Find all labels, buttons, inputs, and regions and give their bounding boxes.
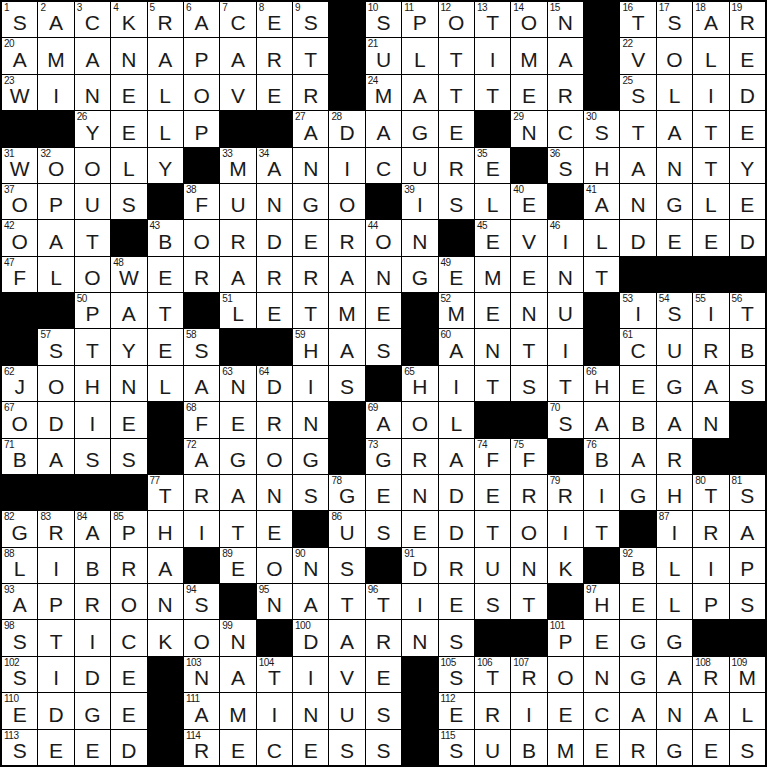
cell-r3c11[interactable]: 24M bbox=[366, 75, 401, 110]
cell-r4c19[interactable]: A bbox=[657, 111, 692, 146]
cell-r1c7[interactable]: 7C bbox=[220, 2, 255, 37]
cell-r2c14[interactable]: I bbox=[475, 38, 510, 73]
cell-r16c1[interactable]: 88L bbox=[2, 548, 37, 583]
cell-r19c10[interactable]: V bbox=[329, 657, 364, 692]
cell-r10c11[interactable]: S bbox=[366, 329, 401, 364]
cell-r20c20[interactable]: A bbox=[693, 693, 728, 728]
cell-r20c7[interactable]: M bbox=[220, 693, 255, 728]
cell-r21c11[interactable]: S bbox=[366, 730, 401, 765]
cell-r5c2[interactable]: 32O bbox=[38, 148, 73, 183]
cell-r12c3[interactable]: I bbox=[75, 402, 110, 437]
cell-r2c9[interactable]: T bbox=[293, 38, 328, 73]
cell-r17c2[interactable]: P bbox=[38, 584, 73, 619]
cell-r11c14[interactable]: T bbox=[475, 366, 510, 401]
cell-r7c8[interactable]: D bbox=[257, 220, 292, 255]
cell-r6c19[interactable]: G bbox=[657, 184, 692, 219]
cell-r9c19[interactable]: 54S bbox=[657, 293, 692, 328]
cell-r14c17[interactable]: I bbox=[584, 475, 619, 510]
cell-r15c4[interactable]: 85P bbox=[111, 511, 146, 546]
cell-r5c14[interactable]: 35E bbox=[475, 148, 510, 183]
cell-r6c2[interactable]: P bbox=[38, 184, 73, 219]
cell-r17c11[interactable]: 96T bbox=[366, 584, 401, 619]
cell-r9c7[interactable]: 51L bbox=[220, 293, 255, 328]
cell-r18c17[interactable]: E bbox=[584, 620, 619, 655]
cell-r16c19[interactable]: L bbox=[657, 548, 692, 583]
cell-r3c13[interactable]: T bbox=[439, 75, 474, 110]
cell-r8c7[interactable]: A bbox=[220, 257, 255, 292]
cell-r21c16[interactable]: M bbox=[548, 730, 583, 765]
cell-r10c14[interactable]: N bbox=[475, 329, 510, 364]
cell-r6c12[interactable]: 39I bbox=[402, 184, 437, 219]
cell-r8c14[interactable]: M bbox=[475, 257, 510, 292]
cell-r20c14[interactable]: R bbox=[475, 693, 510, 728]
cell-r20c4[interactable]: E bbox=[111, 693, 146, 728]
cell-r21c21[interactable]: S bbox=[730, 730, 765, 765]
cell-r4c13[interactable]: E bbox=[439, 111, 474, 146]
cell-r14c21[interactable]: 81S bbox=[730, 475, 765, 510]
cell-r7c18[interactable]: D bbox=[620, 220, 655, 255]
cell-r6c9[interactable]: G bbox=[293, 184, 328, 219]
cell-r13c15[interactable]: 75F bbox=[511, 439, 546, 474]
cell-r1c16[interactable]: 15N bbox=[548, 2, 583, 37]
cell-r8c4[interactable]: 48W bbox=[111, 257, 146, 292]
cell-r13c13[interactable]: A bbox=[439, 439, 474, 474]
cell-r6c6[interactable]: 38F bbox=[184, 184, 219, 219]
cell-r1c11[interactable]: 10S bbox=[366, 2, 401, 37]
cell-r17c5[interactable]: N bbox=[148, 584, 183, 619]
cell-r4c11[interactable]: A bbox=[366, 111, 401, 146]
cell-r3c8[interactable]: E bbox=[257, 75, 292, 110]
cell-r15c13[interactable]: D bbox=[439, 511, 474, 546]
cell-r6c20[interactable]: L bbox=[693, 184, 728, 219]
cell-r11c4[interactable]: N bbox=[111, 366, 146, 401]
cell-r5c13[interactable]: R bbox=[439, 148, 474, 183]
cell-r9c20[interactable]: 55I bbox=[693, 293, 728, 328]
cell-r1c14[interactable]: 13T bbox=[475, 2, 510, 37]
cell-r6c3[interactable]: U bbox=[75, 184, 110, 219]
cell-r20c6[interactable]: 111A bbox=[184, 693, 219, 728]
cell-r16c8[interactable]: O bbox=[257, 548, 292, 583]
cell-r20c15[interactable]: I bbox=[511, 693, 546, 728]
cell-r19c3[interactable]: D bbox=[75, 657, 110, 692]
cell-r5c3[interactable]: O bbox=[75, 148, 110, 183]
cell-r13c17[interactable]: 76B bbox=[584, 439, 619, 474]
cell-r5c17[interactable]: H bbox=[584, 148, 619, 183]
cell-r12c16[interactable]: 70S bbox=[548, 402, 583, 437]
cell-r7c16[interactable]: 46I bbox=[548, 220, 583, 255]
cell-r3c6[interactable]: O bbox=[184, 75, 219, 110]
cell-r19c7[interactable]: A bbox=[220, 657, 255, 692]
cell-r17c10[interactable]: T bbox=[329, 584, 364, 619]
cell-r13c4[interactable]: S bbox=[111, 439, 146, 474]
cell-r13c3[interactable]: S bbox=[75, 439, 110, 474]
cell-r3c16[interactable]: R bbox=[548, 75, 583, 110]
cell-r4c15[interactable]: 29N bbox=[511, 111, 546, 146]
cell-r21c19[interactable]: G bbox=[657, 730, 692, 765]
cell-r8c11[interactable]: N bbox=[366, 257, 401, 292]
cell-r14c8[interactable]: N bbox=[257, 475, 292, 510]
cell-r19c13[interactable]: 105S bbox=[439, 657, 474, 692]
cell-r13c12[interactable]: R bbox=[402, 439, 437, 474]
cell-r13c2[interactable]: A bbox=[38, 439, 73, 474]
cell-r16c3[interactable]: B bbox=[75, 548, 110, 583]
cell-r11c20[interactable]: A bbox=[693, 366, 728, 401]
cell-r19c9[interactable]: I bbox=[293, 657, 328, 692]
cell-r3c4[interactable]: E bbox=[111, 75, 146, 110]
cell-r16c18[interactable]: 92B bbox=[620, 548, 655, 583]
cell-r21c7[interactable]: E bbox=[220, 730, 255, 765]
cell-r14c9[interactable]: S bbox=[293, 475, 328, 510]
cell-r4c21[interactable]: E bbox=[730, 111, 765, 146]
cell-r15c8[interactable]: E bbox=[257, 511, 292, 546]
cell-r14c16[interactable]: 79R bbox=[548, 475, 583, 510]
cell-r12c2[interactable]: D bbox=[38, 402, 73, 437]
cell-r6c8[interactable]: N bbox=[257, 184, 292, 219]
cell-r19c19[interactable]: A bbox=[657, 657, 692, 692]
cell-r20c18[interactable]: A bbox=[620, 693, 655, 728]
cell-r20c8[interactable]: I bbox=[257, 693, 292, 728]
cell-r12c18[interactable]: B bbox=[620, 402, 655, 437]
cell-r6c18[interactable]: N bbox=[620, 184, 655, 219]
cell-r3c15[interactable]: E bbox=[511, 75, 546, 110]
cell-r1c8[interactable]: 8E bbox=[257, 2, 292, 37]
cell-r14c14[interactable]: E bbox=[475, 475, 510, 510]
cell-r18c19[interactable]: G bbox=[657, 620, 692, 655]
cell-r10c20[interactable]: R bbox=[693, 329, 728, 364]
cell-r20c3[interactable]: G bbox=[75, 693, 110, 728]
cell-r12c11[interactable]: 69A bbox=[366, 402, 401, 437]
cell-r13c1[interactable]: 71B bbox=[2, 439, 37, 474]
cell-r3c20[interactable]: I bbox=[693, 75, 728, 110]
cell-r12c13[interactable]: L bbox=[439, 402, 474, 437]
cell-r3c3[interactable]: N bbox=[75, 75, 110, 110]
cell-r21c3[interactable]: E bbox=[75, 730, 110, 765]
cell-r17c18[interactable]: E bbox=[620, 584, 655, 619]
cell-r8c15[interactable]: E bbox=[511, 257, 546, 292]
cell-r19c16[interactable]: O bbox=[548, 657, 583, 692]
cell-r10c21[interactable]: B bbox=[730, 329, 765, 364]
cell-r17c14[interactable]: S bbox=[475, 584, 510, 619]
cell-r1c21[interactable]: 19R bbox=[730, 2, 765, 37]
cell-r5c18[interactable]: A bbox=[620, 148, 655, 183]
cell-r7c5[interactable]: 43B bbox=[148, 220, 183, 255]
cell-r10c15[interactable]: T bbox=[511, 329, 546, 364]
cell-r17c4[interactable]: O bbox=[111, 584, 146, 619]
cell-r7c9[interactable]: E bbox=[293, 220, 328, 255]
cell-r2c6[interactable]: P bbox=[184, 38, 219, 73]
cell-r16c16[interactable]: K bbox=[548, 548, 583, 583]
cell-r2c12[interactable]: L bbox=[402, 38, 437, 73]
cell-r7c6[interactable]: O bbox=[184, 220, 219, 255]
cell-r7c17[interactable]: L bbox=[584, 220, 619, 255]
cell-r8c1[interactable]: 47F bbox=[2, 257, 37, 292]
cell-r7c1[interactable]: 42O bbox=[2, 220, 37, 255]
cell-r14c18[interactable]: G bbox=[620, 475, 655, 510]
cell-r21c14[interactable]: U bbox=[475, 730, 510, 765]
cell-r10c9[interactable]: 59H bbox=[293, 329, 328, 364]
cell-r14c15[interactable]: R bbox=[511, 475, 546, 510]
cell-r2c11[interactable]: 21U bbox=[366, 38, 401, 73]
cell-r1c3[interactable]: 3C bbox=[75, 2, 110, 37]
cell-r15c10[interactable]: 86U bbox=[329, 511, 364, 546]
cell-r10c13[interactable]: 60A bbox=[439, 329, 474, 364]
cell-r20c9[interactable]: N bbox=[293, 693, 328, 728]
cell-r18c6[interactable]: O bbox=[184, 620, 219, 655]
cell-r5c11[interactable]: C bbox=[366, 148, 401, 183]
cell-r19c6[interactable]: 103N bbox=[184, 657, 219, 692]
cell-r15c3[interactable]: 84A bbox=[75, 511, 110, 546]
cell-r12c8[interactable]: R bbox=[257, 402, 292, 437]
cell-r6c13[interactable]: S bbox=[439, 184, 474, 219]
cell-r12c1[interactable]: 67O bbox=[2, 402, 37, 437]
cell-r7c19[interactable]: E bbox=[657, 220, 692, 255]
cell-r4c10[interactable]: 28D bbox=[329, 111, 364, 146]
cell-r5c10[interactable]: I bbox=[329, 148, 364, 183]
cell-r5c5[interactable]: Y bbox=[148, 148, 183, 183]
cell-r1c4[interactable]: 4K bbox=[111, 2, 146, 37]
cell-r9c15[interactable]: N bbox=[511, 293, 546, 328]
cell-r18c4[interactable]: C bbox=[111, 620, 146, 655]
cell-r10c4[interactable]: Y bbox=[111, 329, 146, 364]
cell-r14c10[interactable]: 78G bbox=[329, 475, 364, 510]
cell-r19c17[interactable]: N bbox=[584, 657, 619, 692]
cell-r19c18[interactable]: G bbox=[620, 657, 655, 692]
cell-r7c11[interactable]: 44O bbox=[366, 220, 401, 255]
cell-r10c2[interactable]: 57S bbox=[38, 329, 73, 364]
cell-r12c19[interactable]: A bbox=[657, 402, 692, 437]
cell-r2c3[interactable]: A bbox=[75, 38, 110, 73]
cell-r13c6[interactable]: 72A bbox=[184, 439, 219, 474]
cell-r20c16[interactable]: E bbox=[548, 693, 583, 728]
cell-r11c2[interactable]: O bbox=[38, 366, 73, 401]
cell-r18c10[interactable]: A bbox=[329, 620, 364, 655]
cell-r2c21[interactable]: E bbox=[730, 38, 765, 73]
cell-r13c19[interactable]: R bbox=[657, 439, 692, 474]
cell-r8c17[interactable]: T bbox=[584, 257, 619, 292]
cell-r3c12[interactable]: A bbox=[402, 75, 437, 110]
cell-r12c12[interactable]: O bbox=[402, 402, 437, 437]
cell-r18c11[interactable]: R bbox=[366, 620, 401, 655]
cell-r2c4[interactable]: N bbox=[111, 38, 146, 73]
cell-r17c20[interactable]: P bbox=[693, 584, 728, 619]
cell-r11c12[interactable]: 65H bbox=[402, 366, 437, 401]
cell-r17c1[interactable]: 93A bbox=[2, 584, 37, 619]
cell-r20c17[interactable]: C bbox=[584, 693, 619, 728]
cell-r16c21[interactable]: P bbox=[730, 548, 765, 583]
cell-r16c7[interactable]: 89E bbox=[220, 548, 255, 583]
cell-r18c9[interactable]: 100D bbox=[293, 620, 328, 655]
cell-r11c5[interactable]: L bbox=[148, 366, 183, 401]
cell-r11c19[interactable]: G bbox=[657, 366, 692, 401]
cell-r1c12[interactable]: 11P bbox=[402, 2, 437, 37]
cell-r5c4[interactable]: L bbox=[111, 148, 146, 183]
cell-r19c1[interactable]: 102S bbox=[2, 657, 37, 692]
cell-r19c21[interactable]: 109M bbox=[730, 657, 765, 692]
cell-r5c19[interactable]: N bbox=[657, 148, 692, 183]
cell-r15c5[interactable]: H bbox=[148, 511, 183, 546]
cell-r16c15[interactable]: N bbox=[511, 548, 546, 583]
cell-r9c13[interactable]: 52M bbox=[439, 293, 474, 328]
cell-r16c12[interactable]: 91D bbox=[402, 548, 437, 583]
cell-r19c8[interactable]: 104T bbox=[257, 657, 292, 692]
cell-r2c20[interactable]: L bbox=[693, 38, 728, 73]
cell-r13c11[interactable]: 73G bbox=[366, 439, 401, 474]
cell-r7c10[interactable]: R bbox=[329, 220, 364, 255]
cell-r9c21[interactable]: 56T bbox=[730, 293, 765, 328]
cell-r16c20[interactable]: I bbox=[693, 548, 728, 583]
cell-r10c3[interactable]: T bbox=[75, 329, 110, 364]
cell-r15c11[interactable]: S bbox=[366, 511, 401, 546]
cell-r6c21[interactable]: E bbox=[730, 184, 765, 219]
cell-r16c5[interactable]: A bbox=[148, 548, 183, 583]
cell-r4c20[interactable]: T bbox=[693, 111, 728, 146]
cell-r12c4[interactable]: E bbox=[111, 402, 146, 437]
cell-r4c9[interactable]: 27A bbox=[293, 111, 328, 146]
cell-r21c18[interactable]: R bbox=[620, 730, 655, 765]
cell-r14c13[interactable]: D bbox=[439, 475, 474, 510]
cell-r1c2[interactable]: 2A bbox=[38, 2, 73, 37]
cell-r8c6[interactable]: R bbox=[184, 257, 219, 292]
cell-r18c7[interactable]: 99N bbox=[220, 620, 255, 655]
cell-r17c12[interactable]: I bbox=[402, 584, 437, 619]
cell-r3c5[interactable]: L bbox=[148, 75, 183, 110]
cell-r3c19[interactable]: L bbox=[657, 75, 692, 110]
cell-r13c18[interactable]: A bbox=[620, 439, 655, 474]
cell-r15c19[interactable]: 87I bbox=[657, 511, 692, 546]
cell-r1c19[interactable]: 17S bbox=[657, 2, 692, 37]
cell-r7c15[interactable]: V bbox=[511, 220, 546, 255]
cell-r20c21[interactable]: L bbox=[730, 693, 765, 728]
cell-r1c5[interactable]: 5R bbox=[148, 2, 183, 37]
cell-r7c12[interactable]: N bbox=[402, 220, 437, 255]
cell-r20c10[interactable]: U bbox=[329, 693, 364, 728]
cell-r9c8[interactable]: E bbox=[257, 293, 292, 328]
cell-r5c7[interactable]: 33M bbox=[220, 148, 255, 183]
cell-r8c10[interactable]: A bbox=[329, 257, 364, 292]
cell-r21c2[interactable]: E bbox=[38, 730, 73, 765]
cell-r10c10[interactable]: A bbox=[329, 329, 364, 364]
cell-r15c15[interactable]: O bbox=[511, 511, 546, 546]
cell-r17c6[interactable]: 94S bbox=[184, 584, 219, 619]
cell-r7c21[interactable]: D bbox=[730, 220, 765, 255]
cell-r2c13[interactable]: T bbox=[439, 38, 474, 73]
cell-r5c16[interactable]: 36S bbox=[548, 148, 583, 183]
cell-r16c2[interactable]: I bbox=[38, 548, 73, 583]
cell-r10c5[interactable]: E bbox=[148, 329, 183, 364]
cell-r16c9[interactable]: 90N bbox=[293, 548, 328, 583]
cell-r19c2[interactable]: I bbox=[38, 657, 73, 692]
cell-r11c13[interactable]: I bbox=[439, 366, 474, 401]
cell-r19c14[interactable]: 106T bbox=[475, 657, 510, 692]
cell-r14c5[interactable]: 77T bbox=[148, 475, 183, 510]
cell-r8c12[interactable]: G bbox=[402, 257, 437, 292]
cell-r21c1[interactable]: 113S bbox=[2, 730, 37, 765]
cell-r17c17[interactable]: 97H bbox=[584, 584, 619, 619]
cell-r15c7[interactable]: T bbox=[220, 511, 255, 546]
cell-r4c17[interactable]: 30S bbox=[584, 111, 619, 146]
cell-r13c8[interactable]: O bbox=[257, 439, 292, 474]
cell-r12c20[interactable]: N bbox=[693, 402, 728, 437]
cell-r3c2[interactable]: I bbox=[38, 75, 73, 110]
cell-r7c2[interactable]: A bbox=[38, 220, 73, 255]
cell-r10c16[interactable]: I bbox=[548, 329, 583, 364]
cell-r3c7[interactable]: V bbox=[220, 75, 255, 110]
cell-r11c18[interactable]: E bbox=[620, 366, 655, 401]
cell-r14c6[interactable]: R bbox=[184, 475, 219, 510]
cell-r17c3[interactable]: R bbox=[75, 584, 110, 619]
cell-r20c11[interactable]: S bbox=[366, 693, 401, 728]
cell-r17c19[interactable]: L bbox=[657, 584, 692, 619]
cell-r8c13[interactable]: 49E bbox=[439, 257, 474, 292]
cell-r4c18[interactable]: T bbox=[620, 111, 655, 146]
cell-r2c19[interactable]: O bbox=[657, 38, 692, 73]
cell-r11c8[interactable]: 64D bbox=[257, 366, 292, 401]
cell-r9c16[interactable]: U bbox=[548, 293, 583, 328]
cell-r19c20[interactable]: 108R bbox=[693, 657, 728, 692]
cell-r9c11[interactable]: E bbox=[366, 293, 401, 328]
cell-r16c10[interactable]: S bbox=[329, 548, 364, 583]
cell-r4c6[interactable]: P bbox=[184, 111, 219, 146]
cell-r18c13[interactable]: S bbox=[439, 620, 474, 655]
cell-r9c10[interactable]: M bbox=[329, 293, 364, 328]
cell-r6c7[interactable]: U bbox=[220, 184, 255, 219]
cell-r18c5[interactable]: K bbox=[148, 620, 183, 655]
cell-r5c12[interactable]: U bbox=[402, 148, 437, 183]
cell-r11c1[interactable]: 62J bbox=[2, 366, 37, 401]
cell-r17c21[interactable]: S bbox=[730, 584, 765, 619]
cell-r12c17[interactable]: A bbox=[584, 402, 619, 437]
cell-r11c10[interactable]: S bbox=[329, 366, 364, 401]
cell-r2c8[interactable]: R bbox=[257, 38, 292, 73]
cell-r14c20[interactable]: 80T bbox=[693, 475, 728, 510]
cell-r19c11[interactable]: E bbox=[366, 657, 401, 692]
cell-r20c13[interactable]: 112E bbox=[439, 693, 474, 728]
cell-r11c3[interactable]: H bbox=[75, 366, 110, 401]
cell-r5c9[interactable]: N bbox=[293, 148, 328, 183]
cell-r18c18[interactable]: G bbox=[620, 620, 655, 655]
cell-r10c6[interactable]: 58S bbox=[184, 329, 219, 364]
cell-r20c1[interactable]: 110E bbox=[2, 693, 37, 728]
cell-r9c5[interactable]: T bbox=[148, 293, 183, 328]
cell-r17c13[interactable]: E bbox=[439, 584, 474, 619]
cell-r16c13[interactable]: R bbox=[439, 548, 474, 583]
cell-r15c20[interactable]: R bbox=[693, 511, 728, 546]
cell-r1c13[interactable]: 12O bbox=[439, 2, 474, 37]
cell-r11c6[interactable]: A bbox=[184, 366, 219, 401]
cell-r15c14[interactable]: T bbox=[475, 511, 510, 546]
cell-r3c9[interactable]: R bbox=[293, 75, 328, 110]
cell-r8c9[interactable]: R bbox=[293, 257, 328, 292]
cell-r5c1[interactable]: 31W bbox=[2, 148, 37, 183]
cell-r18c16[interactable]: 101P bbox=[548, 620, 583, 655]
cell-r1c9[interactable]: 9S bbox=[293, 2, 328, 37]
cell-r3c18[interactable]: 25S bbox=[620, 75, 655, 110]
cell-r7c7[interactable]: R bbox=[220, 220, 255, 255]
cell-r15c6[interactable]: I bbox=[184, 511, 219, 546]
cell-r1c20[interactable]: 18A bbox=[693, 2, 728, 37]
cell-r8c3[interactable]: O bbox=[75, 257, 110, 292]
cell-r14c11[interactable]: E bbox=[366, 475, 401, 510]
cell-r2c18[interactable]: 22V bbox=[620, 38, 655, 73]
cell-r21c6[interactable]: 114R bbox=[184, 730, 219, 765]
cell-r6c15[interactable]: 40E bbox=[511, 184, 546, 219]
cell-r11c21[interactable]: S bbox=[730, 366, 765, 401]
cell-r8c16[interactable]: N bbox=[548, 257, 583, 292]
cell-r4c12[interactable]: G bbox=[402, 111, 437, 146]
cell-r2c7[interactable]: A bbox=[220, 38, 255, 73]
cell-r21c13[interactable]: 115S bbox=[439, 730, 474, 765]
cell-r9c3[interactable]: 50P bbox=[75, 293, 110, 328]
